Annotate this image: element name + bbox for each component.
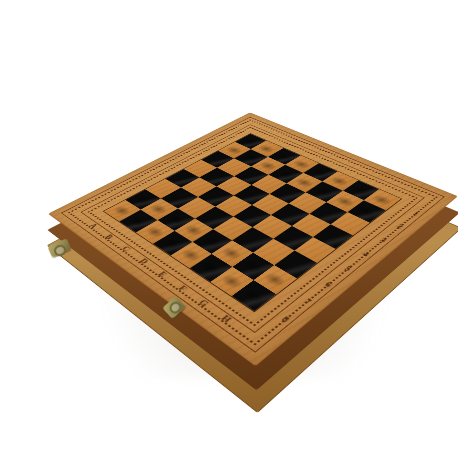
square-h1[interactable]: ♜ <box>232 280 277 311</box>
rank-label-8: 8 <box>280 314 292 323</box>
rank-label-7: 7 <box>302 297 313 305</box>
square-e5[interactable] <box>252 194 289 215</box>
rook-glyph: ♜ <box>235 267 272 298</box>
rank-label-5: 5 <box>343 265 354 272</box>
file-label-e: E <box>156 270 168 278</box>
rank-label-4: 4 <box>361 250 371 257</box>
rank-label-1: 1 <box>411 211 420 217</box>
file-label-h: H <box>219 314 233 324</box>
file-label-b: B <box>103 234 115 241</box>
file-label-a: A <box>87 222 99 229</box>
file-label-d: D <box>137 257 149 265</box>
photo-scene: ABCDEFGH12345678 ♜♞♝♛♚♝♞♜♟♟♟♟♟♟♟♟♟♟♟♟♟♟♟… <box>0 0 458 458</box>
file-label-g: G <box>197 299 211 309</box>
pawn-glyph: ♟ <box>354 189 381 213</box>
rank-label-2: 2 <box>395 223 405 229</box>
file-label-c: C <box>120 245 132 253</box>
rank-label-6: 6 <box>323 281 334 289</box>
file-label-f: F <box>176 284 188 292</box>
rank-label-3: 3 <box>379 236 389 243</box>
